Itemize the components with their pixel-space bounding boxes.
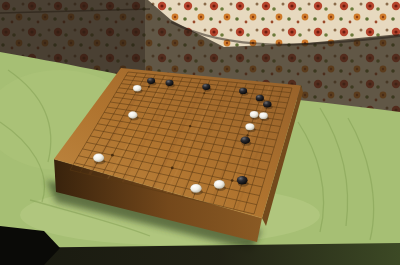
white-stone-D10[interactable] <box>128 111 137 118</box>
star-point <box>246 134 248 136</box>
black-stone-R15[interactable] <box>263 101 271 108</box>
star-point <box>189 125 191 127</box>
go-board-photo <box>0 0 400 265</box>
star-point <box>171 167 174 170</box>
black-stone-F17[interactable] <box>165 80 173 86</box>
white-stone-R13[interactable] <box>259 112 268 119</box>
black-stone-D17[interactable] <box>147 78 155 84</box>
white-stone-C3[interactable] <box>93 153 104 162</box>
white-stone-P3[interactable] <box>214 180 225 189</box>
black-stone-K17[interactable] <box>202 84 210 90</box>
black-stone-R4[interactable] <box>237 176 248 184</box>
star-point <box>148 86 150 88</box>
star-point <box>231 179 234 182</box>
white-stone-N2[interactable] <box>190 184 201 193</box>
white-stone-Q13[interactable] <box>250 111 259 118</box>
black-stone-O17[interactable] <box>239 88 247 94</box>
go-photo-scene <box>0 0 400 265</box>
star-point <box>203 92 205 94</box>
white-stone-C15[interactable] <box>133 85 141 92</box>
white-stone-Q11[interactable] <box>245 123 254 130</box>
star-point <box>111 154 114 157</box>
black-stone-Q16[interactable] <box>256 95 264 101</box>
black-stone-Q9[interactable] <box>241 136 251 143</box>
